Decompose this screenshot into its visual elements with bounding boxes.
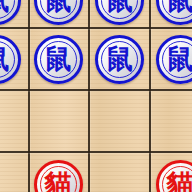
piece-mouse[interactable]: 鼠 [34, 35, 83, 84]
piece-glyph: 鼠 [167, 0, 193, 13]
grid-line-horizontal [0, 27, 192, 29]
piece-mouse[interactable]: 鼠 [156, 0, 193, 25]
grid-line-horizontal [0, 89, 192, 91]
grid-line-horizontal [0, 151, 192, 153]
piece-glyph: 貓 [45, 170, 72, 193]
piece-mouse[interactable]: 鼠 [95, 0, 144, 25]
piece-glyph: 鼠 [45, 45, 72, 72]
piece-glyph: 鼠 [167, 45, 193, 72]
piece-mouse[interactable]: 鼠 [156, 35, 193, 84]
piece-glyph: 鼠 [0, 45, 10, 72]
piece-mouse[interactable]: 鼠 [0, 35, 21, 84]
piece-glyph: 鼠 [0, 0, 10, 13]
piece-glyph: 鼠 [106, 45, 133, 72]
piece-mouse[interactable]: 鼠 [0, 0, 21, 25]
piece-cat[interactable]: 貓 [34, 160, 83, 193]
piece-mouse[interactable]: 鼠 [34, 0, 83, 25]
piece-glyph: 鼠 [45, 0, 72, 13]
piece-cat[interactable]: 貓 [156, 160, 193, 193]
piece-glyph: 貓 [167, 170, 193, 193]
game-board: 鼠鼠鼠鼠鼠鼠鼠鼠貓貓 [0, 0, 192, 192]
piece-glyph: 鼠 [106, 0, 133, 13]
piece-mouse[interactable]: 鼠 [95, 35, 144, 84]
